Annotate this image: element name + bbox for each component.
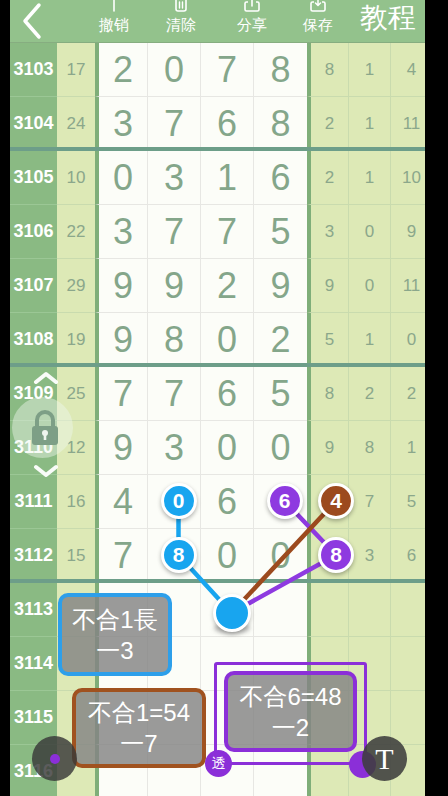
current-color-dot [50, 754, 60, 764]
circled-digit-purple[interactable]: 8 [318, 537, 354, 573]
issue-cell: 3112 [10, 529, 57, 583]
trash-icon [172, 0, 190, 13]
issue-cell: 3113 [10, 583, 57, 637]
note-blue-line1: 不合1長 [62, 604, 168, 635]
digit-cell[interactable]: 7 [148, 367, 201, 421]
digit-cell[interactable]: 5 [254, 205, 307, 259]
digit-cell[interactable] [254, 583, 307, 637]
undo-button[interactable]: 撤销 [99, 0, 129, 42]
stat-cell[interactable]: 5 [307, 313, 349, 367]
sum-cell: 22 [57, 205, 95, 259]
digit-cell[interactable]: 6 [201, 97, 254, 151]
note-purple-line2: 一2 [228, 712, 353, 743]
stat-cell[interactable]: 2 [349, 367, 391, 421]
stat-cell[interactable]: 0 [349, 259, 391, 313]
issue-cell: 3103 [10, 43, 57, 97]
circled-digit-blue[interactable]: 0 [161, 483, 197, 519]
issue-cell: 3108 [10, 313, 57, 367]
digit-cell[interactable]: 6 [201, 367, 254, 421]
digit-cell[interactable]: 8 [148, 313, 201, 367]
stat-cell[interactable] [349, 583, 391, 637]
stat-cell[interactable]: 1 [349, 43, 391, 97]
digit-cell[interactable]: 9 [148, 259, 201, 313]
transparency-handle[interactable]: 透 [205, 750, 232, 777]
back-chevron-icon [14, 0, 50, 42]
digit-cell[interactable]: 7 [148, 97, 201, 151]
issue-cell: 3107 [10, 259, 57, 313]
digit-cell[interactable]: 2 [254, 313, 307, 367]
digit-cell[interactable]: 9 [254, 259, 307, 313]
digit-cell[interactable]: 7 [201, 205, 254, 259]
undo-label: 撤销 [99, 17, 129, 32]
stat-cell[interactable]: 3 [349, 529, 391, 583]
digit-cell[interactable]: 0 [148, 43, 201, 97]
digit-cell[interactable]: 0 [201, 313, 254, 367]
digit-cell[interactable]: 9 [95, 313, 148, 367]
table-row: 31051003162110 [10, 151, 425, 205]
share-icon [243, 0, 261, 13]
sum-cell: 15 [57, 529, 95, 583]
digit-cell[interactable]: 6 [254, 151, 307, 205]
toolbar: 撤销 清除 分享 保存 [10, 0, 425, 42]
chevron-up-icon[interactable] [0, 368, 92, 384]
note-purple-line1: 不合6=48 [228, 681, 353, 712]
digit-cell[interactable]: 1 [201, 151, 254, 205]
stat-cell[interactable]: 8 [307, 43, 349, 97]
stat-cell[interactable]: 0 [349, 205, 391, 259]
digit-cell[interactable]: 3 [95, 205, 148, 259]
stat-cell[interactable]: 1 [349, 313, 391, 367]
digit-cell[interactable]: 0 [254, 421, 307, 475]
text-tool-button[interactable]: T [362, 736, 407, 781]
sum-cell: 29 [57, 259, 95, 313]
digit-cell[interactable]: 7 [201, 43, 254, 97]
table-row: 31042437682111 [10, 97, 425, 151]
stat-cell[interactable]: 3 [307, 205, 349, 259]
circled-digit-brown[interactable]: 4 [318, 483, 354, 519]
stat-cell[interactable]: 9 [307, 421, 349, 475]
right-letterbox [425, 0, 448, 796]
note-blue-line2: 一3 [62, 635, 168, 666]
share-label: 分享 [237, 17, 267, 32]
save-label: 保存 [303, 17, 333, 32]
stat-cell[interactable]: 1 [349, 97, 391, 151]
undo-icon [105, 0, 123, 13]
note-box-brown[interactable]: 不合1=54 一7 [72, 688, 206, 768]
digit-cell[interactable]: 2 [201, 259, 254, 313]
scroll-lock-control[interactable] [0, 360, 92, 485]
clear-button[interactable]: 清除 [166, 0, 196, 42]
circled-digit-blue[interactable]: 8 [161, 537, 197, 573]
digit-cell[interactable]: 9 [95, 421, 148, 475]
sum-cell: 24 [57, 97, 95, 151]
stat-cell[interactable]: 2 [307, 97, 349, 151]
stat-cell[interactable]: 1 [349, 151, 391, 205]
note-box-purple[interactable]: 不合6=48 一2 [224, 671, 357, 752]
stat-cell[interactable]: 9 [307, 259, 349, 313]
digit-cell[interactable]: 6 [201, 475, 254, 529]
sum-cell: 10 [57, 151, 95, 205]
table-row: 3108199802510 [10, 313, 425, 367]
stat-cell[interactable]: 2 [307, 151, 349, 205]
digit-cell[interactable]: 7 [148, 205, 201, 259]
table-row: 3103172078814 [10, 43, 425, 97]
sum-cell: 19 [57, 313, 95, 367]
digit-cell[interactable]: 7 [95, 529, 148, 583]
clear-label: 清除 [166, 17, 196, 32]
note-brown-line1: 不合1=54 [76, 697, 202, 728]
app-screen: 撤销 清除 分享 保存 [0, 0, 448, 796]
issue-cell: 3106 [10, 205, 57, 259]
issue-cell: 3104 [10, 97, 57, 151]
stat-cell[interactable] [307, 583, 349, 637]
digit-cell[interactable]: 3 [148, 421, 201, 475]
left-letterbox [0, 0, 10, 796]
digit-cell[interactable]: 7 [95, 367, 148, 421]
stat-cell[interactable]: 8 [307, 367, 349, 421]
save-icon [309, 0, 327, 13]
circled-digit-purple[interactable]: 6 [267, 483, 303, 519]
digit-cell[interactable]: 3 [148, 151, 201, 205]
sum-cell: 17 [57, 43, 95, 97]
table-row: 31072999299011 [10, 259, 425, 313]
line-drag-dot[interactable] [213, 594, 251, 632]
table-row: 3106223775309 [10, 205, 425, 259]
stat-cell[interactable]: 8 [349, 421, 391, 475]
digit-cell[interactable]: 3 [95, 97, 148, 151]
digit-cell[interactable]: 8 [254, 43, 307, 97]
digit-cell[interactable]: 8 [254, 97, 307, 151]
digit-cell[interactable]: 0 [254, 529, 307, 583]
stat-cell[interactable]: 7 [349, 475, 391, 529]
issue-cell: 3105 [10, 151, 57, 205]
tutorial-button[interactable]: 教程 [360, 0, 416, 36]
digit-cell[interactable]: 0 [201, 421, 254, 475]
color-tool-button[interactable] [32, 736, 77, 781]
note-brown-line2: 一7 [76, 728, 202, 759]
digit-cell[interactable]: 0 [201, 529, 254, 583]
share-button[interactable]: 分享 [237, 0, 267, 42]
digit-cell[interactable]: 9 [95, 259, 148, 313]
issue-cell: 3114 [10, 637, 57, 691]
note-box-blue[interactable]: 不合1長 一3 [58, 593, 172, 676]
digit-cell[interactable]: 4 [95, 475, 148, 529]
chevron-down-icon[interactable] [0, 461, 92, 477]
table-row: 3112157800836 [10, 529, 425, 583]
digit-cell[interactable]: 2 [95, 43, 148, 97]
save-button[interactable]: 保存 [303, 0, 333, 42]
digit-cell[interactable]: 5 [254, 367, 307, 421]
back-button[interactable] [14, 0, 50, 42]
lock-icon [0, 402, 92, 452]
digit-cell[interactable]: 0 [95, 151, 148, 205]
